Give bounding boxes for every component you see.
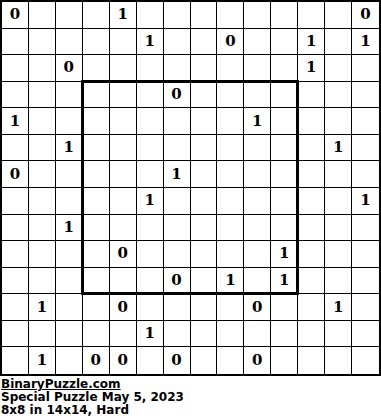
cell-r10c10[interactable] (244, 241, 271, 268)
cell-r7c4[interactable] (83, 161, 110, 188)
cell-r11c14[interactable] (352, 268, 379, 295)
puzzle-detail: 8x8 in 14x14, Hard (1, 404, 381, 417)
cell-r2c8[interactable] (191, 29, 218, 56)
cell-r3c12: 1 (298, 55, 325, 82)
cell-r1c12[interactable] (298, 2, 325, 29)
cell-r8c1[interactable] (2, 188, 29, 215)
cell-r6c3: 1 (56, 135, 83, 162)
cell-r9c11[interactable] (271, 215, 298, 242)
cell-r4c2[interactable] (29, 82, 56, 109)
cell-r5c4[interactable] (83, 108, 110, 135)
cell-r1c4[interactable] (83, 2, 110, 29)
cell-r8c13[interactable] (325, 188, 352, 215)
cell-r11c1[interactable] (2, 268, 29, 295)
cell-r2c2[interactable] (29, 29, 56, 56)
cell-r1c8[interactable] (191, 2, 218, 29)
cell-r10c11: 1 (271, 241, 298, 268)
cell-r4c10[interactable] (244, 82, 271, 109)
cell-r11c10[interactable] (244, 268, 271, 295)
cell-r4c6[interactable] (137, 82, 164, 109)
cell-r3c4[interactable] (83, 55, 110, 82)
cell-r7c3[interactable] (56, 161, 83, 188)
cell-r3c3: 0 (56, 55, 83, 82)
cell-r2c5[interactable] (110, 29, 137, 56)
cell-r7c11[interactable] (271, 161, 298, 188)
cell-r2c7[interactable] (164, 29, 191, 56)
cell-r4c12[interactable] (298, 82, 325, 109)
cell-r6c4[interactable] (83, 135, 110, 162)
cell-r5c11[interactable] (271, 108, 298, 135)
cell-r2c13[interactable] (325, 29, 352, 56)
cell-r14c5: 0 (110, 347, 137, 374)
cell-r4c11[interactable] (271, 82, 298, 109)
cell-r6c9[interactable] (217, 135, 244, 162)
cell-r14c11[interactable] (271, 347, 298, 374)
cell-r3c14[interactable] (352, 55, 379, 82)
cell-r11c9: 1 (217, 268, 244, 295)
cell-r12c2: 1 (29, 294, 56, 321)
cell-r13c5[interactable] (110, 321, 137, 348)
cell-r10c1[interactable] (2, 241, 29, 268)
cell-r9c9[interactable] (217, 215, 244, 242)
cell-r1c3[interactable] (56, 2, 83, 29)
cell-r2c12: 1 (298, 29, 325, 56)
cell-r13c11[interactable] (271, 321, 298, 348)
cell-r12c11[interactable] (271, 294, 298, 321)
cell-r8c12[interactable] (298, 188, 325, 215)
cell-r6c10[interactable] (244, 135, 271, 162)
cell-r7c14[interactable] (352, 161, 379, 188)
cell-r9c13[interactable] (325, 215, 352, 242)
cell-r13c13[interactable] (325, 321, 352, 348)
cell-r11c8[interactable] (191, 268, 218, 295)
cell-r11c11: 1 (271, 268, 298, 295)
cell-r8c11[interactable] (271, 188, 298, 215)
cell-r14c4: 0 (83, 347, 110, 374)
cell-r11c12[interactable] (298, 268, 325, 295)
cell-r14c9[interactable] (217, 347, 244, 374)
cell-r10c9[interactable] (217, 241, 244, 268)
cell-r6c8[interactable] (191, 135, 218, 162)
cell-r14c8[interactable] (191, 347, 218, 374)
cell-r10c4[interactable] (83, 241, 110, 268)
cell-r13c14[interactable] (352, 321, 379, 348)
cell-r9c12[interactable] (298, 215, 325, 242)
cell-r6c6[interactable] (137, 135, 164, 162)
cell-r9c1[interactable] (2, 215, 29, 242)
cell-r10c8[interactable] (191, 241, 218, 268)
cell-r3c8[interactable] (191, 55, 218, 82)
cell-r5c7[interactable] (164, 108, 191, 135)
cell-r8c7[interactable] (164, 188, 191, 215)
cell-r8c3[interactable] (56, 188, 83, 215)
cell-r13c12[interactable] (298, 321, 325, 348)
cell-r3c11[interactable] (271, 55, 298, 82)
cell-r7c2[interactable] (29, 161, 56, 188)
cell-r9c3: 1 (56, 215, 83, 242)
cell-r14c7: 0 (164, 347, 191, 374)
cell-r9c6[interactable] (137, 215, 164, 242)
cell-r7c9[interactable] (217, 161, 244, 188)
cell-r8c4[interactable] (83, 188, 110, 215)
cell-r7c8[interactable] (191, 161, 218, 188)
cell-r3c13[interactable] (325, 55, 352, 82)
cell-r13c6: 1 (137, 321, 164, 348)
cell-r6c5[interactable] (110, 135, 137, 162)
cell-r13c2[interactable] (29, 321, 56, 348)
cell-r10c3[interactable] (56, 241, 83, 268)
cell-r7c6[interactable] (137, 161, 164, 188)
cell-r13c1[interactable] (2, 321, 29, 348)
cell-r13c8[interactable] (191, 321, 218, 348)
cell-r6c13: 1 (325, 135, 352, 162)
cell-r12c14[interactable] (352, 294, 379, 321)
cell-r10c7[interactable] (164, 241, 191, 268)
cell-r10c12[interactable] (298, 241, 325, 268)
cell-r7c5[interactable] (110, 161, 137, 188)
cell-r6c12[interactable] (298, 135, 325, 162)
cell-r5c13[interactable] (325, 108, 352, 135)
cell-r3c1[interactable] (2, 55, 29, 82)
cell-r2c4[interactable] (83, 29, 110, 56)
cell-r9c4[interactable] (83, 215, 110, 242)
cell-r6c2[interactable] (29, 135, 56, 162)
cell-r14c12[interactable] (298, 347, 325, 374)
cell-r14c3[interactable] (56, 347, 83, 374)
cell-r1c5: 1 (110, 2, 137, 29)
cell-r6c7[interactable] (164, 135, 191, 162)
cell-r12c8[interactable] (191, 294, 218, 321)
cell-r10c14[interactable] (352, 241, 379, 268)
cell-r14c10: 0 (244, 347, 271, 374)
cell-r5c6[interactable] (137, 108, 164, 135)
cell-r11c4[interactable] (83, 268, 110, 295)
cell-r11c2[interactable] (29, 268, 56, 295)
cell-r13c4[interactable] (83, 321, 110, 348)
cell-r3c7[interactable] (164, 55, 191, 82)
cell-r14c1[interactable] (2, 347, 29, 374)
binary-puzzle-board: 0101011010111101111010111001110000 (0, 0, 381, 376)
cell-r7c7: 1 (164, 161, 191, 188)
cell-r10c6[interactable] (137, 241, 164, 268)
cell-r11c7: 0 (164, 268, 191, 295)
cell-r5c8[interactable] (191, 108, 218, 135)
cell-r1c14: 0 (352, 2, 379, 29)
cell-r4c7: 0 (164, 82, 191, 109)
cell-r4c1[interactable] (2, 82, 29, 109)
cell-r12c6[interactable] (137, 294, 164, 321)
cell-r12c9[interactable] (217, 294, 244, 321)
puzzle-grid: 0101011010111101111010111001110000 (0, 0, 381, 376)
cell-r11c3[interactable] (56, 268, 83, 295)
cell-r8c5[interactable] (110, 188, 137, 215)
cell-r9c2[interactable] (29, 215, 56, 242)
cell-r1c9[interactable] (217, 2, 244, 29)
cell-r3c5[interactable] (110, 55, 137, 82)
cell-r2c11[interactable] (271, 29, 298, 56)
cell-r14c13[interactable] (325, 347, 352, 374)
cell-r7c13[interactable] (325, 161, 352, 188)
cell-r4c13[interactable] (325, 82, 352, 109)
cell-r1c13[interactable] (325, 2, 352, 29)
cell-r2c10[interactable] (244, 29, 271, 56)
cell-r8c14: 1 (352, 188, 379, 215)
cell-r3c9[interactable] (217, 55, 244, 82)
cell-r12c3[interactable] (56, 294, 83, 321)
cell-r7c1: 0 (2, 161, 29, 188)
cell-r2c14: 1 (352, 29, 379, 56)
cell-r5c1: 1 (2, 108, 29, 135)
cell-r2c9: 0 (217, 29, 244, 56)
cell-r4c14[interactable] (352, 82, 379, 109)
cell-r11c6[interactable] (137, 268, 164, 295)
cell-r12c4[interactable] (83, 294, 110, 321)
cell-r5c10: 1 (244, 108, 271, 135)
cell-r1c11[interactable] (271, 2, 298, 29)
cell-r9c8[interactable] (191, 215, 218, 242)
cell-r2c6: 1 (137, 29, 164, 56)
cell-r14c2: 1 (29, 347, 56, 374)
cell-r5c9[interactable] (217, 108, 244, 135)
cell-r4c8[interactable] (191, 82, 218, 109)
cell-r13c9[interactable] (217, 321, 244, 348)
cell-r12c7[interactable] (164, 294, 191, 321)
cell-r8c8[interactable] (191, 188, 218, 215)
cell-r3c6[interactable] (137, 55, 164, 82)
cell-r13c3[interactable] (56, 321, 83, 348)
cell-r10c2[interactable] (29, 241, 56, 268)
cell-r13c7[interactable] (164, 321, 191, 348)
cell-r8c6: 1 (137, 188, 164, 215)
cell-r8c9[interactable] (217, 188, 244, 215)
cell-r9c14[interactable] (352, 215, 379, 242)
cell-r11c5[interactable] (110, 268, 137, 295)
cell-r8c2[interactable] (29, 188, 56, 215)
cell-r11c13[interactable] (325, 268, 352, 295)
cell-r5c14[interactable] (352, 108, 379, 135)
cell-r1c7[interactable] (164, 2, 191, 29)
cell-r2c3[interactable] (56, 29, 83, 56)
cell-r12c13: 1 (325, 294, 352, 321)
cell-r7c12[interactable] (298, 161, 325, 188)
cell-r1c6[interactable] (137, 2, 164, 29)
cell-r5c12[interactable] (298, 108, 325, 135)
cell-r4c5[interactable] (110, 82, 137, 109)
cell-r1c1: 0 (2, 2, 29, 29)
cell-r13c10[interactable] (244, 321, 271, 348)
cell-r5c5[interactable] (110, 108, 137, 135)
cell-r6c14[interactable] (352, 135, 379, 162)
cell-r9c7[interactable] (164, 215, 191, 242)
cell-r3c10[interactable] (244, 55, 271, 82)
cell-r2c1[interactable] (2, 29, 29, 56)
cell-r10c13[interactable] (325, 241, 352, 268)
cell-r12c5: 0 (110, 294, 137, 321)
cell-r12c12[interactable] (298, 294, 325, 321)
cell-r9c5[interactable] (110, 215, 137, 242)
cell-r4c9[interactable] (217, 82, 244, 109)
cell-r12c10: 0 (244, 294, 271, 321)
cell-r5c2[interactable] (29, 108, 56, 135)
cell-r3c2[interactable] (29, 55, 56, 82)
cell-r8c10[interactable] (244, 188, 271, 215)
cell-r1c10[interactable] (244, 2, 271, 29)
cell-r14c6[interactable] (137, 347, 164, 374)
cell-r4c3[interactable] (56, 82, 83, 109)
cell-r9c10[interactable] (244, 215, 271, 242)
cell-r6c11[interactable] (271, 135, 298, 162)
cell-r10c5: 0 (110, 241, 137, 268)
cell-r7c10[interactable] (244, 161, 271, 188)
cell-r4c4[interactable] (83, 82, 110, 109)
cell-r6c1[interactable] (2, 135, 29, 162)
footer: BinaryPuzzle.com Special Puzzle May 5, 2… (0, 376, 381, 417)
cell-r1c2[interactable] (29, 2, 56, 29)
cell-r12c1[interactable] (2, 294, 29, 321)
cell-r14c14[interactable] (352, 347, 379, 374)
cell-r5c3[interactable] (56, 108, 83, 135)
